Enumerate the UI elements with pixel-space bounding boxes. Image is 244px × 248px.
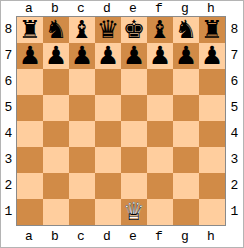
rank-label-right-3: 3 xyxy=(226,146,243,172)
rank-label-right-1: 1 xyxy=(226,198,243,224)
black-pawn: ♟ xyxy=(45,43,67,69)
file-label-top-e: e xyxy=(120,1,146,16)
black-bishop: ♝ xyxy=(71,17,93,43)
square-b4[interactable] xyxy=(43,121,69,147)
square-d4[interactable] xyxy=(95,121,121,147)
black-pawn: ♟ xyxy=(71,43,93,69)
rank-label-left-7: 7 xyxy=(1,42,16,68)
square-d2[interactable] xyxy=(95,173,121,199)
square-h1[interactable] xyxy=(199,199,225,225)
square-c4[interactable] xyxy=(69,121,95,147)
square-c5[interactable] xyxy=(69,95,95,121)
square-a8[interactable]: ♜ xyxy=(17,17,43,43)
rank-label-right-8: 8 xyxy=(226,16,243,42)
square-e8[interactable]: ♚ xyxy=(121,17,147,43)
square-c2[interactable] xyxy=(69,173,95,199)
square-e3[interactable] xyxy=(121,147,147,173)
square-b8[interactable]: ♞ xyxy=(43,17,69,43)
black-pawn: ♟ xyxy=(19,43,41,69)
square-b3[interactable] xyxy=(43,147,69,173)
square-g5[interactable] xyxy=(173,95,199,121)
square-e2[interactable] xyxy=(121,173,147,199)
square-h3[interactable] xyxy=(199,147,225,173)
square-b2[interactable] xyxy=(43,173,69,199)
black-rook: ♜ xyxy=(201,17,223,43)
file-label-bottom-b: b xyxy=(42,226,68,247)
square-c8[interactable]: ♝ xyxy=(69,17,95,43)
square-a5[interactable] xyxy=(17,95,43,121)
square-h4[interactable] xyxy=(199,121,225,147)
square-g2[interactable] xyxy=(173,173,199,199)
square-e6[interactable] xyxy=(121,69,147,95)
rank-label-right-4: 4 xyxy=(226,120,243,146)
square-a3[interactable] xyxy=(17,147,43,173)
black-king: ♚ xyxy=(123,17,145,43)
square-f2[interactable] xyxy=(147,173,173,199)
file-label-top-f: f xyxy=(146,1,172,16)
file-label-bottom-f: f xyxy=(146,226,172,247)
square-e5[interactable] xyxy=(121,95,147,121)
file-labels-bottom: abcdefgh xyxy=(16,226,224,247)
black-queen: ♛ xyxy=(97,17,119,43)
square-a6[interactable] xyxy=(17,69,43,95)
square-g1[interactable] xyxy=(173,199,199,225)
rank-label-left-3: 3 xyxy=(1,146,16,172)
file-label-bottom-h: h xyxy=(198,226,224,247)
black-bishop: ♝ xyxy=(149,17,171,43)
square-h6[interactable] xyxy=(199,69,225,95)
file-label-top-h: h xyxy=(198,1,224,16)
square-e1[interactable]: ♛♕ xyxy=(121,199,147,225)
file-label-bottom-g: g xyxy=(172,226,198,247)
square-d3[interactable] xyxy=(95,147,121,173)
square-a1[interactable] xyxy=(17,199,43,225)
square-f5[interactable] xyxy=(147,95,173,121)
square-f8[interactable]: ♝ xyxy=(147,17,173,43)
rank-label-left-4: 4 xyxy=(1,120,16,146)
rank-label-right-2: 2 xyxy=(226,172,243,198)
black-pawn: ♟ xyxy=(175,43,197,69)
square-g3[interactable] xyxy=(173,147,199,173)
file-label-top-a: a xyxy=(16,1,42,16)
square-c3[interactable] xyxy=(69,147,95,173)
rank-label-right-5: 5 xyxy=(226,94,243,120)
square-g8[interactable]: ♞ xyxy=(173,17,199,43)
rank-label-left-6: 6 xyxy=(1,68,16,94)
square-d6[interactable] xyxy=(95,69,121,95)
square-d8[interactable]: ♛ xyxy=(95,17,121,43)
square-f4[interactable] xyxy=(147,121,173,147)
file-label-bottom-c: c xyxy=(68,226,94,247)
black-rook: ♜ xyxy=(19,17,41,43)
square-b6[interactable] xyxy=(43,69,69,95)
square-f3[interactable] xyxy=(147,147,173,173)
file-label-bottom-a: a xyxy=(16,226,42,247)
white-queen-fill: ♛ xyxy=(121,199,147,225)
file-label-bottom-e: e xyxy=(120,226,146,247)
square-a4[interactable] xyxy=(17,121,43,147)
file-label-top-g: g xyxy=(172,1,198,16)
square-d1[interactable] xyxy=(95,199,121,225)
white-queen: ♕ xyxy=(121,199,147,225)
square-a7[interactable]: ♟ xyxy=(17,43,43,69)
square-c6[interactable] xyxy=(69,69,95,95)
square-f1[interactable] xyxy=(147,199,173,225)
square-f6[interactable] xyxy=(147,69,173,95)
square-b5[interactable] xyxy=(43,95,69,121)
square-a2[interactable] xyxy=(17,173,43,199)
square-c7[interactable]: ♟ xyxy=(69,43,95,69)
square-e7[interactable]: ♟ xyxy=(121,43,147,69)
file-label-top-b: b xyxy=(42,1,68,16)
file-label-top-c: c xyxy=(68,1,94,16)
file-labels-top: abcdefgh xyxy=(16,1,224,16)
square-g6[interactable] xyxy=(173,69,199,95)
file-label-top-d: d xyxy=(94,1,120,16)
square-c1[interactable] xyxy=(69,199,95,225)
square-e4[interactable] xyxy=(121,121,147,147)
square-d7[interactable]: ♟ xyxy=(95,43,121,69)
rank-labels-left: 87654321 xyxy=(1,16,16,224)
chess-board: ♜♞♝♛♚♝♞♜♟♟♟♟♟♟♟♟♛♕ xyxy=(16,16,226,226)
black-pawn: ♟ xyxy=(201,43,223,69)
black-knight: ♞ xyxy=(175,17,197,43)
square-g4[interactable] xyxy=(173,121,199,147)
chess-diagram: abcdefgh 87654321 ♜♞♝♛♚♝♞♜♟♟♟♟♟♟♟♟♛♕ 876… xyxy=(0,0,244,248)
file-label-bottom-d: d xyxy=(94,226,120,247)
square-g7[interactable]: ♟ xyxy=(173,43,199,69)
square-h5[interactable] xyxy=(199,95,225,121)
rank-label-left-2: 2 xyxy=(1,172,16,198)
square-d5[interactable] xyxy=(95,95,121,121)
rank-label-left-1: 1 xyxy=(1,198,16,224)
rank-labels-right: 87654321 xyxy=(226,16,243,224)
square-h8[interactable]: ♜ xyxy=(199,17,225,43)
black-pawn: ♟ xyxy=(97,43,119,69)
rank-label-right-6: 6 xyxy=(226,68,243,94)
black-pawn: ♟ xyxy=(123,43,145,69)
square-b7[interactable]: ♟ xyxy=(43,43,69,69)
rank-label-left-8: 8 xyxy=(1,16,16,42)
black-knight: ♞ xyxy=(45,17,67,43)
black-pawn: ♟ xyxy=(149,43,171,69)
rank-label-right-7: 7 xyxy=(226,42,243,68)
square-h7[interactable]: ♟ xyxy=(199,43,225,69)
square-f7[interactable]: ♟ xyxy=(147,43,173,69)
square-h2[interactable] xyxy=(199,173,225,199)
rank-label-left-5: 5 xyxy=(1,94,16,120)
square-b1[interactable] xyxy=(43,199,69,225)
